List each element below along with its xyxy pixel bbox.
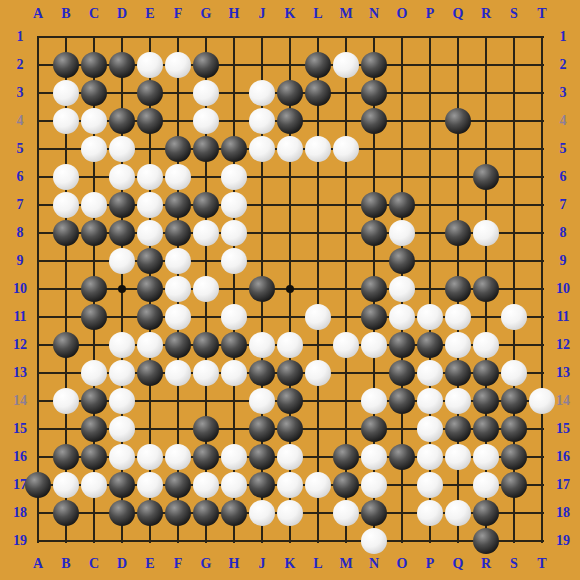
intersection-T18[interactable] [528, 499, 556, 527]
intersection-P12[interactable] [416, 331, 444, 359]
intersection-T19[interactable] [528, 527, 556, 555]
intersection-N10[interactable] [360, 275, 388, 303]
intersection-D14[interactable] [108, 387, 136, 415]
intersection-G19[interactable] [192, 527, 220, 555]
intersection-M2[interactable] [332, 51, 360, 79]
intersection-K1[interactable] [276, 23, 304, 51]
intersection-F13[interactable] [164, 359, 192, 387]
intersection-A16[interactable] [24, 443, 52, 471]
intersection-N5[interactable] [360, 135, 388, 163]
intersection-O19[interactable] [388, 527, 416, 555]
intersection-S4[interactable] [500, 107, 528, 135]
intersection-O15[interactable] [388, 415, 416, 443]
intersection-Q3[interactable] [444, 79, 472, 107]
intersection-A10[interactable] [24, 275, 52, 303]
intersection-F5[interactable] [164, 135, 192, 163]
intersection-L14[interactable] [304, 387, 332, 415]
intersection-S7[interactable] [500, 191, 528, 219]
intersection-P1[interactable] [416, 23, 444, 51]
intersection-F6[interactable] [164, 163, 192, 191]
intersection-S3[interactable] [500, 79, 528, 107]
intersection-M10[interactable] [332, 275, 360, 303]
intersection-O18[interactable] [388, 499, 416, 527]
intersection-L1[interactable] [304, 23, 332, 51]
intersection-S8[interactable] [500, 219, 528, 247]
intersection-Q19[interactable] [444, 527, 472, 555]
intersection-N11[interactable] [360, 303, 388, 331]
intersection-T7[interactable] [528, 191, 556, 219]
intersection-T6[interactable] [528, 163, 556, 191]
intersection-Q17[interactable] [444, 471, 472, 499]
intersection-K5[interactable] [276, 135, 304, 163]
intersection-E1[interactable] [136, 23, 164, 51]
intersection-C10[interactable] [80, 275, 108, 303]
intersection-P10[interactable] [416, 275, 444, 303]
intersection-D16[interactable] [108, 443, 136, 471]
intersection-Q16[interactable] [444, 443, 472, 471]
intersection-P11[interactable] [416, 303, 444, 331]
intersection-O5[interactable] [388, 135, 416, 163]
intersection-O13[interactable] [388, 359, 416, 387]
intersection-S15[interactable] [500, 415, 528, 443]
intersection-E18[interactable] [136, 499, 164, 527]
intersection-E11[interactable] [136, 303, 164, 331]
intersection-H2[interactable] [220, 51, 248, 79]
intersection-L13[interactable] [304, 359, 332, 387]
intersection-M5[interactable] [332, 135, 360, 163]
intersection-A18[interactable] [24, 499, 52, 527]
intersection-Q4[interactable] [444, 107, 472, 135]
intersection-G12[interactable] [192, 331, 220, 359]
intersection-A14[interactable] [24, 387, 52, 415]
intersection-E2[interactable] [136, 51, 164, 79]
intersection-F19[interactable] [164, 527, 192, 555]
intersection-P13[interactable] [416, 359, 444, 387]
intersection-B3[interactable] [52, 79, 80, 107]
intersection-B15[interactable] [52, 415, 80, 443]
intersection-D4[interactable] [108, 107, 136, 135]
intersection-H13[interactable] [220, 359, 248, 387]
intersection-J3[interactable] [248, 79, 276, 107]
intersection-T15[interactable] [528, 415, 556, 443]
intersection-B7[interactable] [52, 191, 80, 219]
intersection-R16[interactable] [472, 443, 500, 471]
intersection-R10[interactable] [472, 275, 500, 303]
intersection-N4[interactable] [360, 107, 388, 135]
intersection-S12[interactable] [500, 331, 528, 359]
intersection-C9[interactable] [80, 247, 108, 275]
intersection-G1[interactable] [192, 23, 220, 51]
intersection-R1[interactable] [472, 23, 500, 51]
intersection-R8[interactable] [472, 219, 500, 247]
intersection-H12[interactable] [220, 331, 248, 359]
intersection-M7[interactable] [332, 191, 360, 219]
intersection-Q9[interactable] [444, 247, 472, 275]
intersection-T11[interactable] [528, 303, 556, 331]
intersection-C19[interactable] [80, 527, 108, 555]
intersection-N6[interactable] [360, 163, 388, 191]
intersection-K4[interactable] [276, 107, 304, 135]
intersection-N16[interactable] [360, 443, 388, 471]
intersection-M14[interactable] [332, 387, 360, 415]
intersection-R3[interactable] [472, 79, 500, 107]
intersection-H18[interactable] [220, 499, 248, 527]
intersection-O2[interactable] [388, 51, 416, 79]
intersection-C2[interactable] [80, 51, 108, 79]
intersection-C1[interactable] [80, 23, 108, 51]
intersection-F10[interactable] [164, 275, 192, 303]
intersection-B16[interactable] [52, 443, 80, 471]
intersection-B2[interactable] [52, 51, 80, 79]
intersection-S9[interactable] [500, 247, 528, 275]
intersection-Q8[interactable] [444, 219, 472, 247]
intersection-T2[interactable] [528, 51, 556, 79]
intersection-S17[interactable] [500, 471, 528, 499]
intersection-B4[interactable] [52, 107, 80, 135]
intersection-K9[interactable] [276, 247, 304, 275]
intersection-L5[interactable] [304, 135, 332, 163]
intersection-B18[interactable] [52, 499, 80, 527]
intersection-J5[interactable] [248, 135, 276, 163]
intersection-F18[interactable] [164, 499, 192, 527]
intersection-L15[interactable] [304, 415, 332, 443]
intersection-S5[interactable] [500, 135, 528, 163]
intersection-L17[interactable] [304, 471, 332, 499]
intersection-C17[interactable] [80, 471, 108, 499]
intersection-C11[interactable] [80, 303, 108, 331]
intersection-Q11[interactable] [444, 303, 472, 331]
intersection-A2[interactable] [24, 51, 52, 79]
intersection-L2[interactable] [304, 51, 332, 79]
intersection-A17[interactable] [24, 471, 52, 499]
intersection-T10[interactable] [528, 275, 556, 303]
intersection-O4[interactable] [388, 107, 416, 135]
intersection-G17[interactable] [192, 471, 220, 499]
intersection-B1[interactable] [52, 23, 80, 51]
intersection-F1[interactable] [164, 23, 192, 51]
intersection-M18[interactable] [332, 499, 360, 527]
intersection-O17[interactable] [388, 471, 416, 499]
intersection-A6[interactable] [24, 163, 52, 191]
intersection-T12[interactable] [528, 331, 556, 359]
intersection-P18[interactable] [416, 499, 444, 527]
intersection-E19[interactable] [136, 527, 164, 555]
intersection-E7[interactable] [136, 191, 164, 219]
intersection-R6[interactable] [472, 163, 500, 191]
intersection-S10[interactable] [500, 275, 528, 303]
intersection-M12[interactable] [332, 331, 360, 359]
intersection-P14[interactable] [416, 387, 444, 415]
intersection-Q10[interactable] [444, 275, 472, 303]
intersection-F15[interactable] [164, 415, 192, 443]
intersection-D17[interactable] [108, 471, 136, 499]
intersection-N17[interactable] [360, 471, 388, 499]
intersection-A3[interactable] [24, 79, 52, 107]
intersection-H5[interactable] [220, 135, 248, 163]
intersection-M9[interactable] [332, 247, 360, 275]
intersection-H8[interactable] [220, 219, 248, 247]
intersection-S14[interactable] [500, 387, 528, 415]
intersection-O14[interactable] [388, 387, 416, 415]
intersection-S1[interactable] [500, 23, 528, 51]
intersection-F9[interactable] [164, 247, 192, 275]
intersection-D15[interactable] [108, 415, 136, 443]
intersection-J4[interactable] [248, 107, 276, 135]
intersection-C12[interactable] [80, 331, 108, 359]
intersection-R14[interactable] [472, 387, 500, 415]
intersection-G8[interactable] [192, 219, 220, 247]
intersection-J10[interactable] [248, 275, 276, 303]
intersection-K11[interactable] [276, 303, 304, 331]
intersection-F16[interactable] [164, 443, 192, 471]
intersection-A9[interactable] [24, 247, 52, 275]
intersection-G3[interactable] [192, 79, 220, 107]
intersection-R7[interactable] [472, 191, 500, 219]
intersection-S18[interactable] [500, 499, 528, 527]
intersection-H19[interactable] [220, 527, 248, 555]
intersection-R4[interactable] [472, 107, 500, 135]
intersection-Q14[interactable] [444, 387, 472, 415]
intersection-G16[interactable] [192, 443, 220, 471]
intersection-P16[interactable] [416, 443, 444, 471]
intersection-R5[interactable] [472, 135, 500, 163]
intersection-B12[interactable] [52, 331, 80, 359]
intersection-S16[interactable] [500, 443, 528, 471]
intersection-H11[interactable] [220, 303, 248, 331]
intersection-T13[interactable] [528, 359, 556, 387]
intersection-R13[interactable] [472, 359, 500, 387]
intersection-O16[interactable] [388, 443, 416, 471]
intersection-C18[interactable] [80, 499, 108, 527]
intersection-E9[interactable] [136, 247, 164, 275]
intersection-L10[interactable] [304, 275, 332, 303]
intersection-N13[interactable] [360, 359, 388, 387]
intersection-G13[interactable] [192, 359, 220, 387]
intersection-C15[interactable] [80, 415, 108, 443]
intersection-D6[interactable] [108, 163, 136, 191]
intersection-D2[interactable] [108, 51, 136, 79]
intersection-P2[interactable] [416, 51, 444, 79]
intersection-D1[interactable] [108, 23, 136, 51]
intersection-K6[interactable] [276, 163, 304, 191]
intersection-Q6[interactable] [444, 163, 472, 191]
intersection-R2[interactable] [472, 51, 500, 79]
intersection-G18[interactable] [192, 499, 220, 527]
intersection-B5[interactable] [52, 135, 80, 163]
intersection-E14[interactable] [136, 387, 164, 415]
intersection-O3[interactable] [388, 79, 416, 107]
intersection-D11[interactable] [108, 303, 136, 331]
intersection-E4[interactable] [136, 107, 164, 135]
intersection-D8[interactable] [108, 219, 136, 247]
intersection-B10[interactable] [52, 275, 80, 303]
intersection-C5[interactable] [80, 135, 108, 163]
intersection-Q5[interactable] [444, 135, 472, 163]
intersection-T8[interactable] [528, 219, 556, 247]
intersection-M3[interactable] [332, 79, 360, 107]
intersection-N14[interactable] [360, 387, 388, 415]
intersection-M6[interactable] [332, 163, 360, 191]
intersection-R19[interactable] [472, 527, 500, 555]
intersection-K13[interactable] [276, 359, 304, 387]
intersection-M13[interactable] [332, 359, 360, 387]
intersection-K3[interactable] [276, 79, 304, 107]
intersection-E12[interactable] [136, 331, 164, 359]
intersection-N2[interactable] [360, 51, 388, 79]
intersection-P9[interactable] [416, 247, 444, 275]
intersection-Q2[interactable] [444, 51, 472, 79]
intersection-C14[interactable] [80, 387, 108, 415]
intersection-M8[interactable] [332, 219, 360, 247]
intersection-G9[interactable] [192, 247, 220, 275]
intersection-H6[interactable] [220, 163, 248, 191]
intersection-A19[interactable] [24, 527, 52, 555]
intersection-Q13[interactable] [444, 359, 472, 387]
intersection-H7[interactable] [220, 191, 248, 219]
intersection-T17[interactable] [528, 471, 556, 499]
intersection-Q1[interactable] [444, 23, 472, 51]
intersection-B8[interactable] [52, 219, 80, 247]
intersection-P8[interactable] [416, 219, 444, 247]
intersection-T4[interactable] [528, 107, 556, 135]
intersection-N15[interactable] [360, 415, 388, 443]
intersection-B6[interactable] [52, 163, 80, 191]
intersection-H1[interactable] [220, 23, 248, 51]
intersection-Q18[interactable] [444, 499, 472, 527]
intersection-G15[interactable] [192, 415, 220, 443]
intersection-K7[interactable] [276, 191, 304, 219]
intersection-N12[interactable] [360, 331, 388, 359]
intersection-H3[interactable] [220, 79, 248, 107]
intersection-S11[interactable] [500, 303, 528, 331]
intersection-T1[interactable] [528, 23, 556, 51]
intersection-H9[interactable] [220, 247, 248, 275]
intersection-Q12[interactable] [444, 331, 472, 359]
intersection-M19[interactable] [332, 527, 360, 555]
intersection-P4[interactable] [416, 107, 444, 135]
intersection-F8[interactable] [164, 219, 192, 247]
intersection-J19[interactable] [248, 527, 276, 555]
intersection-H10[interactable] [220, 275, 248, 303]
intersection-N19[interactable] [360, 527, 388, 555]
intersection-D5[interactable] [108, 135, 136, 163]
intersection-L4[interactable] [304, 107, 332, 135]
intersection-O6[interactable] [388, 163, 416, 191]
intersection-J6[interactable] [248, 163, 276, 191]
intersection-N18[interactable] [360, 499, 388, 527]
intersection-B19[interactable] [52, 527, 80, 555]
intersection-K19[interactable] [276, 527, 304, 555]
intersection-B17[interactable] [52, 471, 80, 499]
intersection-J2[interactable] [248, 51, 276, 79]
intersection-M11[interactable] [332, 303, 360, 331]
intersection-C7[interactable] [80, 191, 108, 219]
intersection-S19[interactable] [500, 527, 528, 555]
intersection-O11[interactable] [388, 303, 416, 331]
intersection-O12[interactable] [388, 331, 416, 359]
intersection-O10[interactable] [388, 275, 416, 303]
intersection-D3[interactable] [108, 79, 136, 107]
intersection-G7[interactable] [192, 191, 220, 219]
intersection-E8[interactable] [136, 219, 164, 247]
intersection-F17[interactable] [164, 471, 192, 499]
intersection-F7[interactable] [164, 191, 192, 219]
intersection-E15[interactable] [136, 415, 164, 443]
intersection-M17[interactable] [332, 471, 360, 499]
intersection-K12[interactable] [276, 331, 304, 359]
intersection-K14[interactable] [276, 387, 304, 415]
intersection-S13[interactable] [500, 359, 528, 387]
intersection-O9[interactable] [388, 247, 416, 275]
intersection-T5[interactable] [528, 135, 556, 163]
intersection-E6[interactable] [136, 163, 164, 191]
intersection-L12[interactable] [304, 331, 332, 359]
intersection-L8[interactable] [304, 219, 332, 247]
intersection-N3[interactable] [360, 79, 388, 107]
intersection-T14[interactable] [528, 387, 556, 415]
intersection-A11[interactable] [24, 303, 52, 331]
intersection-H4[interactable] [220, 107, 248, 135]
intersection-N8[interactable] [360, 219, 388, 247]
intersection-Q7[interactable] [444, 191, 472, 219]
intersection-P5[interactable] [416, 135, 444, 163]
intersection-N7[interactable] [360, 191, 388, 219]
intersection-F11[interactable] [164, 303, 192, 331]
intersection-J18[interactable] [248, 499, 276, 527]
intersection-A12[interactable] [24, 331, 52, 359]
intersection-K15[interactable] [276, 415, 304, 443]
intersection-K2[interactable] [276, 51, 304, 79]
intersection-O7[interactable] [388, 191, 416, 219]
intersection-J16[interactable] [248, 443, 276, 471]
intersection-D7[interactable] [108, 191, 136, 219]
intersection-C3[interactable] [80, 79, 108, 107]
intersection-J11[interactable] [248, 303, 276, 331]
intersection-Q15[interactable] [444, 415, 472, 443]
intersection-E17[interactable] [136, 471, 164, 499]
intersection-C16[interactable] [80, 443, 108, 471]
intersection-J17[interactable] [248, 471, 276, 499]
intersection-K16[interactable] [276, 443, 304, 471]
intersection-R12[interactable] [472, 331, 500, 359]
intersection-J8[interactable] [248, 219, 276, 247]
intersection-C8[interactable] [80, 219, 108, 247]
intersection-F4[interactable] [164, 107, 192, 135]
intersection-E13[interactable] [136, 359, 164, 387]
intersection-D9[interactable] [108, 247, 136, 275]
intersection-H16[interactable] [220, 443, 248, 471]
intersection-M15[interactable] [332, 415, 360, 443]
intersection-E10[interactable] [136, 275, 164, 303]
intersection-J15[interactable] [248, 415, 276, 443]
intersection-R15[interactable] [472, 415, 500, 443]
intersection-D12[interactable] [108, 331, 136, 359]
intersection-P3[interactable] [416, 79, 444, 107]
intersection-A13[interactable] [24, 359, 52, 387]
intersection-R9[interactable] [472, 247, 500, 275]
intersection-T3[interactable] [528, 79, 556, 107]
intersection-K10[interactable] [276, 275, 304, 303]
intersection-G2[interactable] [192, 51, 220, 79]
intersection-H14[interactable] [220, 387, 248, 415]
intersection-P19[interactable] [416, 527, 444, 555]
intersection-T16[interactable] [528, 443, 556, 471]
intersection-G6[interactable] [192, 163, 220, 191]
intersection-G10[interactable] [192, 275, 220, 303]
intersection-G4[interactable] [192, 107, 220, 135]
intersection-J12[interactable] [248, 331, 276, 359]
intersection-L7[interactable] [304, 191, 332, 219]
